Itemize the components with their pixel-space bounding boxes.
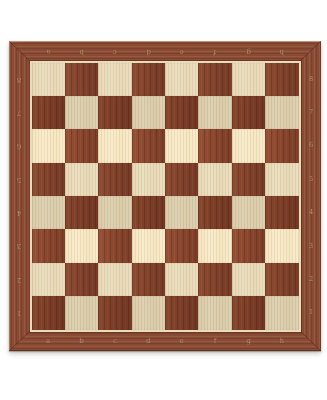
square-c8[interactable] <box>98 63 131 96</box>
square-g2[interactable] <box>232 263 265 296</box>
square-a5[interactable] <box>32 163 65 196</box>
square-f2[interactable] <box>198 263 231 296</box>
square-d6[interactable] <box>132 129 165 162</box>
square-d8[interactable] <box>132 63 165 96</box>
square-f5[interactable] <box>198 163 231 196</box>
square-d1[interactable] <box>132 296 165 329</box>
square-a1[interactable] <box>32 296 65 329</box>
square-f4[interactable] <box>198 196 231 229</box>
square-f3[interactable] <box>198 229 231 262</box>
square-g4[interactable] <box>232 196 265 229</box>
square-h8[interactable] <box>265 63 298 96</box>
chess-board: abcdefgh abcdefgh 87654321 87654321 <box>9 41 321 351</box>
square-b6[interactable] <box>65 129 98 162</box>
square-h6[interactable] <box>265 129 298 162</box>
square-c4[interactable] <box>98 196 131 229</box>
square-b2[interactable] <box>65 263 98 296</box>
square-c5[interactable] <box>98 163 131 196</box>
square-d5[interactable] <box>132 163 165 196</box>
square-e2[interactable] <box>165 263 198 296</box>
square-f8[interactable] <box>198 63 231 96</box>
square-g7[interactable] <box>232 96 265 129</box>
square-h2[interactable] <box>265 263 298 296</box>
square-f6[interactable] <box>198 129 231 162</box>
square-h5[interactable] <box>265 163 298 196</box>
square-a8[interactable] <box>32 63 65 96</box>
square-b1[interactable] <box>65 296 98 329</box>
square-g8[interactable] <box>232 63 265 96</box>
square-e6[interactable] <box>165 129 198 162</box>
square-c7[interactable] <box>98 96 131 129</box>
square-a3[interactable] <box>32 229 65 262</box>
square-c2[interactable] <box>98 263 131 296</box>
square-b3[interactable] <box>65 229 98 262</box>
square-h7[interactable] <box>265 96 298 129</box>
square-a6[interactable] <box>32 129 65 162</box>
square-e5[interactable] <box>165 163 198 196</box>
square-c1[interactable] <box>98 296 131 329</box>
square-e8[interactable] <box>165 63 198 96</box>
square-f1[interactable] <box>198 296 231 329</box>
square-e4[interactable] <box>165 196 198 229</box>
square-a7[interactable] <box>32 96 65 129</box>
square-d7[interactable] <box>132 96 165 129</box>
square-e7[interactable] <box>165 96 198 129</box>
square-b5[interactable] <box>65 163 98 196</box>
chessboard-squares <box>32 63 299 330</box>
square-d4[interactable] <box>132 196 165 229</box>
square-f7[interactable] <box>198 96 231 129</box>
square-h3[interactable] <box>265 229 298 262</box>
square-c3[interactable] <box>98 229 131 262</box>
square-d2[interactable] <box>132 263 165 296</box>
square-d3[interactable] <box>132 229 165 262</box>
square-b8[interactable] <box>65 63 98 96</box>
square-h4[interactable] <box>265 196 298 229</box>
square-h1[interactable] <box>265 296 298 329</box>
square-g5[interactable] <box>232 163 265 196</box>
square-b4[interactable] <box>65 196 98 229</box>
square-c6[interactable] <box>98 129 131 162</box>
square-b7[interactable] <box>65 96 98 129</box>
square-e1[interactable] <box>165 296 198 329</box>
square-a2[interactable] <box>32 263 65 296</box>
square-g6[interactable] <box>232 129 265 162</box>
square-a4[interactable] <box>32 196 65 229</box>
square-g3[interactable] <box>232 229 265 262</box>
square-g1[interactable] <box>232 296 265 329</box>
square-e3[interactable] <box>165 229 198 262</box>
